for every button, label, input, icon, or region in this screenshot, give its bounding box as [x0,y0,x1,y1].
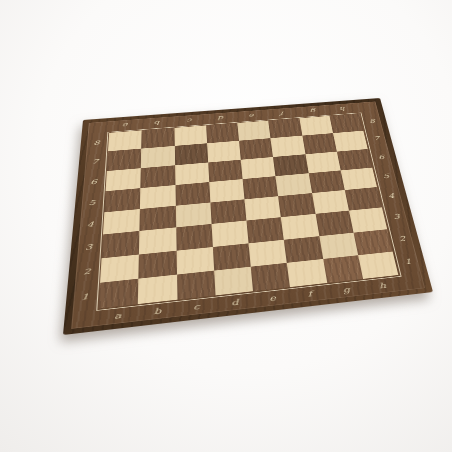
square-d1 [214,267,253,296]
square-a1 [99,278,139,308]
board-grid [99,114,399,309]
rank-label-left-6: 6 [83,171,104,193]
square-g1 [323,255,363,283]
square-f1 [287,259,327,287]
photo-background: abcdefgh abcdefgh 87654321 87654321 [0,0,452,452]
rank-label-left-8: 8 [86,133,106,153]
square-e1 [251,263,290,292]
rank-label-left-1: 1 [73,283,97,311]
board-shadow: abcdefgh abcdefgh 87654321 87654321 [0,0,452,452]
rank-label-left-3: 3 [77,235,100,261]
chess-board: abcdefgh abcdefgh 87654321 87654321 [63,98,433,335]
rank-label-left-7: 7 [85,152,106,173]
rank-label-left-2: 2 [75,258,99,285]
square-c1 [177,270,216,299]
rank-label-left-4: 4 [79,213,101,237]
square-h1 [358,251,398,279]
square-b1 [138,274,177,304]
rank-label-left-5: 5 [81,191,103,214]
